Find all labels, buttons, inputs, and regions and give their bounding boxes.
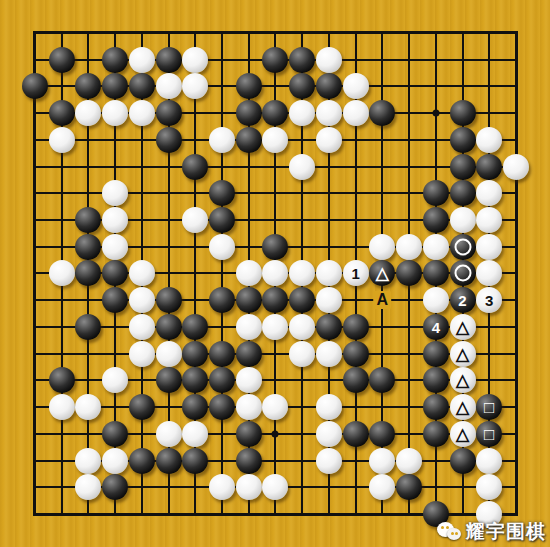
- stone-black: [75, 234, 101, 260]
- stone-black: [236, 448, 262, 474]
- stone-white: [476, 180, 502, 206]
- stone-white: [316, 421, 342, 447]
- stone-black: [369, 260, 395, 286]
- stone-black: [369, 367, 395, 393]
- stone-black: [423, 260, 449, 286]
- stone-black: [236, 421, 262, 447]
- stone-white: [423, 287, 449, 313]
- stone-white: [182, 421, 208, 447]
- stone-black: [182, 154, 208, 180]
- stone-white: [343, 260, 369, 286]
- stone-black: [75, 260, 101, 286]
- stone-white: [156, 73, 182, 99]
- stone-black: [75, 207, 101, 233]
- stone-black: [476, 421, 502, 447]
- stone-black: [182, 367, 208, 393]
- stone-black: [209, 180, 235, 206]
- stone-white: [476, 448, 502, 474]
- stone-black: [236, 127, 262, 153]
- stone-black: [262, 100, 288, 126]
- stone-white: [316, 127, 342, 153]
- stone-black: [289, 47, 315, 73]
- watermark-text: 耀宇围棋: [466, 519, 546, 545]
- stone-white: [450, 314, 476, 340]
- stone-white: [75, 448, 101, 474]
- stone-white: [289, 341, 315, 367]
- stone-white: [316, 260, 342, 286]
- stone-white: [236, 260, 262, 286]
- stone-white: [369, 448, 395, 474]
- star-point: [432, 110, 439, 117]
- stone-white: [316, 100, 342, 126]
- stone-black: [423, 367, 449, 393]
- stone-black: [289, 73, 315, 99]
- stone-black: [343, 421, 369, 447]
- stone-black: [343, 314, 369, 340]
- stone-black: [236, 341, 262, 367]
- stone-black: [209, 394, 235, 420]
- stone-black: [262, 287, 288, 313]
- stone-black: [450, 234, 476, 260]
- stone-white: [450, 421, 476, 447]
- stone-black: [182, 394, 208, 420]
- stone-black: [423, 180, 449, 206]
- stone-black: [343, 367, 369, 393]
- stone-white: [316, 287, 342, 313]
- stone-black: [102, 287, 128, 313]
- stone-black: [476, 394, 502, 420]
- stone-black: [209, 341, 235, 367]
- stone-black: [396, 260, 422, 286]
- stone-white: [102, 234, 128, 260]
- stone-white: [450, 207, 476, 233]
- stone-black: [209, 367, 235, 393]
- stone-white: [49, 394, 75, 420]
- stone-black: [450, 448, 476, 474]
- star-point: [272, 430, 279, 437]
- stone-white: [450, 367, 476, 393]
- stone-black: [316, 73, 342, 99]
- stone-white: [476, 287, 502, 313]
- stone-black: [22, 73, 48, 99]
- stone-white: [102, 448, 128, 474]
- stone-black: [182, 314, 208, 340]
- stone-white: [49, 127, 75, 153]
- stone-black: [129, 394, 155, 420]
- stone-white: [316, 341, 342, 367]
- watermark: 耀宇围棋: [437, 519, 546, 545]
- stone-white: [129, 287, 155, 313]
- stone-white: [343, 100, 369, 126]
- stone-white: [156, 341, 182, 367]
- stone-white: [236, 367, 262, 393]
- stone-black: [476, 154, 502, 180]
- stone-white: [289, 100, 315, 126]
- stone-black: [102, 260, 128, 286]
- stone-white: [209, 474, 235, 500]
- stone-white: [262, 394, 288, 420]
- stone-white: [236, 314, 262, 340]
- stone-black: [209, 207, 235, 233]
- stone-white: [262, 260, 288, 286]
- stone-black: [182, 341, 208, 367]
- stone-white: [75, 474, 101, 500]
- stone-black: [236, 100, 262, 126]
- stone-white: [182, 47, 208, 73]
- stone-white: [423, 234, 449, 260]
- stone-black: [156, 314, 182, 340]
- stone-black: [156, 127, 182, 153]
- stone-white: [396, 234, 422, 260]
- stone-white: [102, 207, 128, 233]
- stone-black: [209, 287, 235, 313]
- stone-black: [49, 100, 75, 126]
- stone-black: [102, 47, 128, 73]
- stone-black: [156, 448, 182, 474]
- stone-white: [236, 474, 262, 500]
- stone-black: [396, 474, 422, 500]
- stone-black: [236, 73, 262, 99]
- stone-white: [75, 100, 101, 126]
- stone-white: [129, 47, 155, 73]
- go-board[interactable]: 1234A△△△△△△□□: [0, 0, 550, 547]
- stone-black: [102, 421, 128, 447]
- stone-white: [476, 474, 502, 500]
- stone-black: [102, 474, 128, 500]
- stone-black: [262, 47, 288, 73]
- stone-white: [129, 260, 155, 286]
- stone-black: [156, 100, 182, 126]
- stone-black: [182, 448, 208, 474]
- stone-white: [476, 127, 502, 153]
- stone-black: [75, 314, 101, 340]
- stone-white: [316, 47, 342, 73]
- stone-black: [450, 287, 476, 313]
- stone-black: [423, 394, 449, 420]
- stone-black: [316, 314, 342, 340]
- stone-white: [450, 394, 476, 420]
- stone-black: [450, 260, 476, 286]
- stone-black: [423, 341, 449, 367]
- wechat-icon: [437, 519, 463, 545]
- stone-white: [369, 474, 395, 500]
- stone-white: [236, 394, 262, 420]
- stone-black: [423, 314, 449, 340]
- stone-white: [262, 474, 288, 500]
- stone-black: [129, 73, 155, 99]
- stone-white: [343, 73, 369, 99]
- stone-white: [129, 100, 155, 126]
- stone-black: [369, 421, 395, 447]
- stone-black: [343, 341, 369, 367]
- stone-white: [289, 314, 315, 340]
- stone-white: [102, 367, 128, 393]
- stone-black: [156, 287, 182, 313]
- stone-black: [129, 448, 155, 474]
- stone-white: [129, 341, 155, 367]
- stone-black: [49, 367, 75, 393]
- stone-white: [316, 394, 342, 420]
- stone-black: [49, 47, 75, 73]
- stone-white: [369, 234, 395, 260]
- stone-white: [476, 207, 502, 233]
- stone-white: [289, 260, 315, 286]
- stone-white: [49, 260, 75, 286]
- stone-white: [396, 448, 422, 474]
- stone-white: [450, 341, 476, 367]
- stone-white: [262, 314, 288, 340]
- stone-white: [182, 207, 208, 233]
- stone-black: [450, 100, 476, 126]
- stone-white: [75, 394, 101, 420]
- stone-black: [450, 127, 476, 153]
- stone-white: [262, 127, 288, 153]
- stone-black: [369, 100, 395, 126]
- stone-white: [102, 100, 128, 126]
- stone-black: [262, 234, 288, 260]
- stone-white: [476, 234, 502, 260]
- stone-black: [236, 287, 262, 313]
- stone-white: [476, 260, 502, 286]
- stone-black: [156, 47, 182, 73]
- stone-black: [75, 73, 101, 99]
- stone-black: [450, 154, 476, 180]
- stone-white: [209, 234, 235, 260]
- stone-black: [289, 287, 315, 313]
- stone-white: [209, 127, 235, 153]
- stone-black: [102, 73, 128, 99]
- stone-white: [503, 154, 529, 180]
- stone-black: [423, 421, 449, 447]
- stone-black: [423, 207, 449, 233]
- stone-white: [316, 448, 342, 474]
- stone-white: [156, 421, 182, 447]
- stone-black: [156, 367, 182, 393]
- stone-white: [129, 314, 155, 340]
- stone-white: [182, 73, 208, 99]
- stone-white: [102, 180, 128, 206]
- stone-white: [289, 154, 315, 180]
- stone-black: [450, 180, 476, 206]
